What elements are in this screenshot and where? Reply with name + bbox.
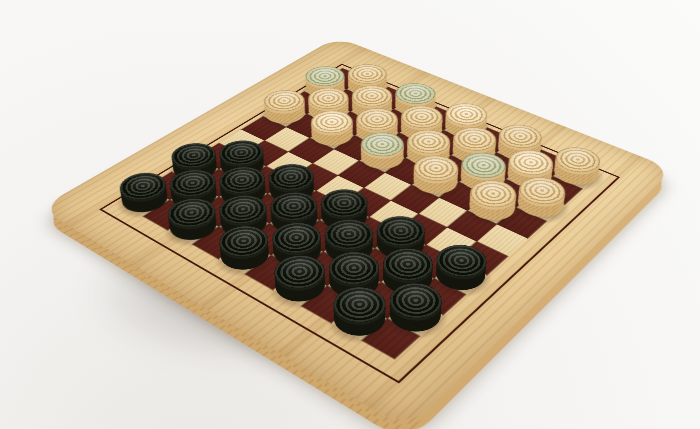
square[interactable]: [170, 184, 219, 213]
square[interactable]: [268, 178, 316, 206]
square[interactable]: [397, 214, 447, 245]
square[interactable]: [412, 170, 459, 198]
square[interactable]: [506, 164, 553, 191]
square[interactable]: [432, 155, 478, 182]
photo-stage: Angled photo of a wooden checkers board:…: [0, 0, 700, 429]
board-caption: Angled photo of a wooden checkers board:…: [0, 0, 1, 1]
